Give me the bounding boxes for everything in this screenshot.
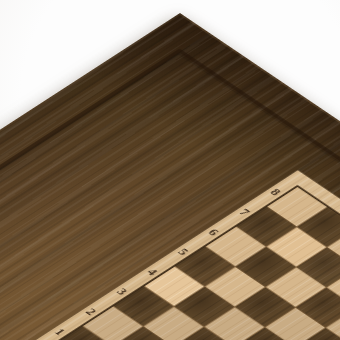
empty-wooden-chessboard-photo: 8 7 6 5 4 3 2 1 bbox=[0, 0, 340, 340]
walnut-board-panel: 8 7 6 5 4 3 2 1 bbox=[0, 13, 340, 340]
